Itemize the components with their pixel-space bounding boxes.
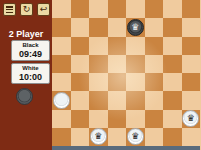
board-square[interactable] <box>89 0 108 18</box>
black-clock-label: Black <box>12 42 49 49</box>
board-square[interactable] <box>163 37 182 55</box>
board-square[interactable] <box>52 55 71 73</box>
restart-icon: ↻ <box>23 4 31 15</box>
board-square[interactable] <box>89 18 108 36</box>
board-square[interactable] <box>126 91 145 109</box>
board-square[interactable] <box>108 110 127 128</box>
board-square[interactable] <box>71 128 90 146</box>
game-mode-title: 2 Player <box>0 29 52 39</box>
crown-icon: ♛ <box>187 114 195 123</box>
turn-indicator-black-piece <box>16 88 33 105</box>
board-square[interactable] <box>163 128 182 146</box>
board-square[interactable] <box>89 110 108 128</box>
board-square[interactable] <box>52 0 71 18</box>
board-square[interactable] <box>108 0 127 18</box>
board-square[interactable] <box>126 110 145 128</box>
board-square[interactable] <box>126 73 145 91</box>
board-square[interactable] <box>52 37 71 55</box>
white-clock-time: 10:00 <box>12 72 49 82</box>
board-square[interactable] <box>182 37 201 55</box>
board-square[interactable] <box>145 91 164 109</box>
board-square[interactable] <box>71 0 90 18</box>
board-square[interactable] <box>163 91 182 109</box>
black-clock: Black 09:49 <box>11 40 50 61</box>
checkers-board[interactable]: ♛♛♛♛ <box>52 0 200 146</box>
sidebar: ↻ ↩ 2 Player Black 09:49 White 10:00 <box>0 0 52 150</box>
board-square[interactable] <box>108 37 127 55</box>
menu-button[interactable] <box>3 3 16 16</box>
board-square[interactable] <box>145 18 164 36</box>
board-square[interactable] <box>182 73 201 91</box>
hamburger-icon <box>6 6 13 13</box>
board-square[interactable] <box>182 128 201 146</box>
white-clock: White 10:00 <box>11 63 50 84</box>
board-square[interactable] <box>163 73 182 91</box>
board-square[interactable] <box>89 55 108 73</box>
undo-button[interactable]: ↩ <box>37 3 50 16</box>
board-square[interactable] <box>52 18 71 36</box>
board-square[interactable] <box>145 55 164 73</box>
board-square[interactable] <box>71 37 90 55</box>
board-square[interactable] <box>89 73 108 91</box>
board-square[interactable] <box>108 73 127 91</box>
white-clock-label: White <box>12 65 49 72</box>
board-square[interactable] <box>182 0 201 18</box>
board-square[interactable] <box>163 55 182 73</box>
board-square[interactable] <box>108 128 127 146</box>
board-square[interactable] <box>163 18 182 36</box>
board-square[interactable] <box>52 128 71 146</box>
board-square[interactable] <box>108 18 127 36</box>
board-square[interactable] <box>163 110 182 128</box>
board-square[interactable] <box>108 91 127 109</box>
black-clock-time: 09:49 <box>12 49 49 59</box>
black-king-piece[interactable]: ♛ <box>127 19 144 36</box>
board-square[interactable] <box>182 91 201 109</box>
white-king-piece[interactable]: ♛ <box>90 128 107 145</box>
white-man-piece[interactable] <box>53 92 70 109</box>
white-king-piece[interactable]: ♛ <box>127 128 144 145</box>
board-square[interactable] <box>52 110 71 128</box>
board-square[interactable] <box>182 55 201 73</box>
board-square[interactable] <box>89 37 108 55</box>
checkers-app: ↻ ↩ 2 Player Black 09:49 White 10:00 ♛♛♛… <box>0 0 200 150</box>
board-square[interactable] <box>71 55 90 73</box>
undo-icon: ↩ <box>40 4 48 15</box>
board-square[interactable] <box>145 37 164 55</box>
board-square[interactable] <box>126 55 145 73</box>
board-square[interactable] <box>163 0 182 18</box>
restart-button[interactable]: ↻ <box>20 3 33 16</box>
board-square[interactable] <box>71 91 90 109</box>
board-square[interactable] <box>126 37 145 55</box>
board-square[interactable] <box>126 0 145 18</box>
board-square[interactable] <box>145 0 164 18</box>
board-square[interactable] <box>89 91 108 109</box>
window-bottom-edge <box>52 146 200 150</box>
board-square[interactable] <box>71 18 90 36</box>
board-square[interactable] <box>71 110 90 128</box>
crown-icon: ♛ <box>131 23 139 32</box>
board-square[interactable] <box>71 73 90 91</box>
toolbar: ↻ ↩ <box>3 3 50 16</box>
board-square[interactable] <box>145 128 164 146</box>
crown-icon: ♛ <box>94 132 102 141</box>
board-square[interactable] <box>52 73 71 91</box>
crown-icon: ♛ <box>131 132 139 141</box>
board-square[interactable] <box>145 110 164 128</box>
board-square[interactable] <box>108 55 127 73</box>
board-square[interactable] <box>182 18 201 36</box>
board-square[interactable] <box>145 73 164 91</box>
